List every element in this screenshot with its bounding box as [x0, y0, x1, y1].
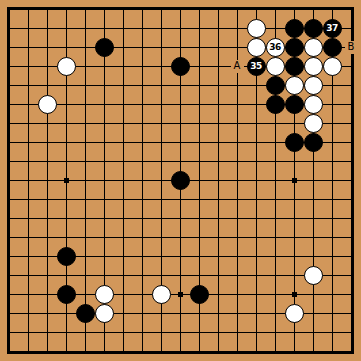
board-label-B: B — [345, 41, 358, 54]
stone-white[interactable] — [304, 95, 323, 114]
stone-black[interactable] — [57, 247, 76, 266]
stone-black[interactable]: 35 — [247, 57, 266, 76]
stone-white[interactable] — [266, 57, 285, 76]
stone-white[interactable] — [247, 38, 266, 57]
stone-black[interactable] — [171, 171, 190, 190]
stone-black[interactable] — [266, 95, 285, 114]
stone-white[interactable] — [247, 19, 266, 38]
go-board[interactable]: 373635AB — [0, 0, 361, 361]
stone-black[interactable] — [285, 19, 304, 38]
stone-white[interactable] — [304, 57, 323, 76]
stone-black[interactable] — [76, 304, 95, 323]
stone-white[interactable] — [38, 95, 57, 114]
stone-white[interactable] — [304, 38, 323, 57]
stone-white[interactable]: 36 — [266, 38, 285, 57]
stone-black[interactable] — [285, 57, 304, 76]
stone-black[interactable] — [304, 19, 323, 38]
star-point — [64, 178, 69, 183]
stone-white[interactable] — [304, 76, 323, 95]
stone-black[interactable] — [171, 57, 190, 76]
stone-white[interactable] — [57, 57, 76, 76]
stone-white[interactable] — [95, 285, 114, 304]
stone-white[interactable] — [152, 285, 171, 304]
stone-white[interactable] — [323, 57, 342, 76]
stone-black[interactable] — [266, 76, 285, 95]
star-point — [292, 292, 297, 297]
stone-black[interactable]: 37 — [323, 19, 342, 38]
stone-white[interactable] — [95, 304, 114, 323]
stone-black[interactable] — [323, 38, 342, 57]
stone-black[interactable] — [95, 38, 114, 57]
board-label-A: A — [231, 60, 244, 73]
stone-white[interactable] — [304, 266, 323, 285]
stone-black[interactable] — [190, 285, 209, 304]
stone-black[interactable] — [285, 95, 304, 114]
stone-white[interactable] — [285, 304, 304, 323]
star-point — [292, 178, 297, 183]
move-number: 35 — [250, 62, 262, 71]
stone-white[interactable] — [285, 76, 304, 95]
move-number: 37 — [326, 24, 338, 33]
stone-black[interactable] — [304, 133, 323, 152]
stone-black[interactable] — [285, 133, 304, 152]
move-number: 36 — [269, 43, 281, 52]
stone-black[interactable] — [57, 285, 76, 304]
stone-black[interactable] — [285, 38, 304, 57]
star-point — [178, 292, 183, 297]
stone-white[interactable] — [304, 114, 323, 133]
